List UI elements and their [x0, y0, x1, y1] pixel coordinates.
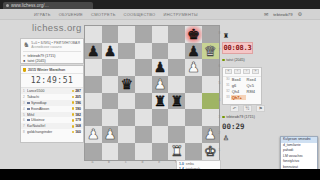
white-player-info[interactable]: ○ tebtewb79 (1715)	[23, 54, 81, 58]
white-clock: 00:29	[222, 122, 249, 132]
letterbox-strip	[0, 169, 320, 180]
rank-label-1: 1	[219, 148, 221, 152]
game-info-panel: ♞ 5+0 • БЛИЦ • РЕЙТИНГОВАЯ Английское на…	[20, 38, 84, 64]
square-b3[interactable]	[102, 109, 119, 126]
square-h2[interactable]: ♟	[202, 126, 219, 143]
lichess-page: ИГРАТЬОБУЧЕНИЕСМОТРЕТЬСООБЩЕСТВОИНСТРУМЕ…	[0, 9, 320, 169]
square-c7[interactable]	[118, 43, 135, 60]
rank-label-8: 8	[219, 31, 221, 35]
nav-menu: ИГРАТЬОБУЧЕНИЕСМОТРЕТЬСООБЩЕСТВОИНСТРУМЕ…	[34, 12, 198, 17]
square-b2[interactable]: ♟	[102, 126, 119, 143]
trophy-icon	[72, 113, 75, 116]
first-move-button[interactable]: «	[225, 69, 232, 74]
move-white[interactable]: Qh7+	[231, 95, 246, 100]
square-e5[interactable]: ♟	[152, 76, 169, 93]
nav-item-сообщество[interactable]: СООБЩЕСТВО	[124, 12, 156, 17]
square-h6[interactable]	[202, 59, 219, 76]
trophy-icon	[72, 125, 75, 128]
black-pawn: ♟	[85, 43, 102, 60]
move-list: 30Bxe4Rxe431g6Qc532Qh4R8f433Qh7+	[223, 77, 261, 101]
trophy-icon	[72, 96, 75, 99]
square-a1[interactable]	[85, 143, 102, 160]
white-king: ♚	[202, 143, 219, 160]
square-d3[interactable]	[135, 109, 152, 126]
screenshot-root: www.lichess.org/… ИГРАТЬОБУЧЕНИЕСМОТРЕТЬ…	[0, 0, 320, 180]
square-e8[interactable]	[152, 26, 169, 43]
square-g4[interactable]	[185, 93, 202, 110]
last-move-button[interactable]: »	[252, 69, 259, 74]
file-label-d: d	[134, 160, 151, 164]
square-g7[interactable]: ♟	[185, 43, 202, 60]
square-f8[interactable]	[168, 26, 185, 43]
square-f5[interactable]	[168, 76, 185, 93]
nav-item-играть[interactable]: ИГРАТЬ	[34, 12, 51, 17]
square-h1[interactable]: ♚	[202, 143, 219, 160]
replay-controls: «‹›»	[223, 68, 261, 77]
tournament-clock: 12:49:51	[21, 74, 83, 88]
square-a8[interactable]	[85, 26, 102, 43]
black-rook: ♜	[168, 93, 185, 110]
black-rook: ♜	[152, 93, 169, 110]
captured-black-rook-icon: ♜	[223, 32, 229, 39]
gear-icon[interactable]: ⚙	[298, 12, 302, 17]
flag-icon	[27, 108, 30, 110]
file-label-c: c	[117, 160, 134, 164]
square-d1[interactable]	[135, 143, 152, 160]
square-f6[interactable]	[168, 59, 185, 76]
nav-item-инструменты[interactable]: ИНСТРУМЕНТЫ	[164, 12, 198, 17]
black-pawn: ♟	[152, 59, 169, 76]
move-black[interactable]: Rxe4	[246, 77, 261, 82]
square-d7[interactable]	[135, 43, 152, 60]
black-queen: ♛	[118, 76, 135, 93]
square-a5[interactable]	[85, 76, 102, 93]
square-h8[interactable]	[202, 26, 219, 43]
square-h4[interactable]	[202, 93, 219, 110]
black-player-line[interactable]: tatst (2045)	[222, 58, 245, 62]
favicon	[6, 4, 9, 7]
square-c5[interactable]: ♛	[118, 76, 135, 93]
square-h7[interactable]: ♛	[202, 43, 219, 60]
square-e7[interactable]	[152, 43, 169, 60]
black-pawn: ♟	[102, 43, 119, 60]
header-username[interactable]: tebtewb79	[273, 12, 292, 17]
rank-label-2: 2	[219, 131, 221, 135]
square-c4[interactable]	[118, 93, 135, 110]
chess-board: ♚♟♟♟♛♟♟♛♟♜♜♟♟♟♜♚	[84, 25, 220, 161]
square-f2[interactable]	[168, 126, 185, 143]
white-pawn: ♟	[85, 126, 102, 143]
square-e1[interactable]	[152, 143, 169, 160]
square-g8[interactable]: ♚	[185, 26, 202, 43]
nav-item-смотреть[interactable]: СМОТРЕТЬ	[91, 12, 116, 17]
trophy-icon	[23, 68, 26, 71]
square-a6[interactable]	[85, 59, 102, 76]
browser-tab[interactable]: www.lichess.org/…	[3, 2, 93, 9]
next-move-button[interactable]: ›	[243, 69, 250, 74]
square-c3[interactable]	[118, 109, 135, 126]
online-dot-icon	[222, 116, 225, 119]
square-d8[interactable]	[135, 26, 152, 43]
white-pawn: ♟	[185, 59, 202, 76]
square-b5[interactable]	[102, 76, 119, 93]
square-c8[interactable]	[118, 26, 135, 43]
square-a2[interactable]: ♟	[85, 126, 102, 143]
trophy-icon	[72, 131, 75, 134]
rank-label-4: 4	[219, 98, 221, 102]
white-pawn: ♟	[152, 76, 169, 93]
file-label-b: b	[101, 160, 118, 164]
square-d6[interactable]	[135, 59, 152, 76]
square-c1[interactable]	[118, 143, 135, 160]
move-white[interactable]: g6	[231, 83, 246, 88]
white-queen: ♛	[202, 43, 219, 60]
square-c6[interactable]	[118, 59, 135, 76]
file-label-e: e	[151, 160, 168, 164]
white-color-icon: ○	[23, 54, 25, 58]
draw-offer-button[interactable]: ½	[243, 105, 252, 112]
trophy-icon	[72, 119, 75, 122]
white-pawn: ♟	[202, 126, 219, 143]
takeback-button[interactable]: ↶	[230, 105, 239, 112]
black-pawn: ♟	[185, 43, 202, 60]
square-g6[interactable]: ♟	[185, 59, 202, 76]
white-player-name: tebtewb79 (1715)	[27, 54, 55, 58]
square-a3[interactable]	[85, 109, 102, 126]
header-right: ✉ tebtewb79 ⚙	[264, 12, 302, 17]
square-e6[interactable]: ♟	[152, 59, 169, 76]
black-player-info[interactable]: ● tatst (2045)	[23, 59, 81, 63]
move-black[interactable]: Qc5	[246, 83, 261, 88]
square-g1[interactable]	[185, 143, 202, 160]
square-e2[interactable]	[152, 126, 169, 143]
white-player-label: tebtewb79 (1715)	[226, 115, 255, 119]
knight-icon: ♞	[23, 41, 29, 49]
rank-label-5: 5	[219, 81, 221, 85]
square-a4[interactable]	[85, 93, 102, 110]
flag-icon	[27, 119, 30, 121]
square-d2[interactable]	[135, 126, 152, 143]
game-action-buttons: ↶½⚑	[230, 105, 265, 112]
tournament-standings: 1Lance55002872Tabachi2053Synodkap1964Exo…	[21, 88, 83, 135]
black-king: ♚	[185, 26, 202, 43]
square-g5[interactable]	[185, 76, 202, 93]
black-player-label: tatst (2045)	[226, 58, 245, 62]
rank-label-7: 7	[219, 48, 221, 52]
online-dot-icon	[222, 59, 225, 62]
square-b6[interactable]	[102, 59, 119, 76]
square-b1[interactable]	[102, 143, 119, 160]
mail-icon[interactable]: ✉	[264, 12, 268, 17]
nav-item-обучение[interactable]: ОБУЧЕНИЕ	[59, 12, 83, 17]
square-d4[interactable]	[135, 93, 152, 110]
square-h3[interactable]	[202, 109, 219, 126]
flag-icon	[27, 102, 30, 104]
captured-white-pawn-icon: ♙	[223, 134, 229, 141]
square-b7[interactable]: ♟	[102, 43, 119, 60]
lichess-logo[interactable]: lichess.org	[32, 22, 82, 33]
move-row: 33Qh7+	[223, 94, 261, 100]
square-g2[interactable]	[185, 126, 202, 143]
white-rook: ♜	[168, 143, 185, 160]
square-h5[interactable]	[202, 76, 219, 93]
square-b4[interactable]	[102, 93, 119, 110]
site-navbar: ИГРАТЬОБУЧЕНИЕСМОТРЕТЬСООБЩЕСТВОИНСТРУМЕ…	[0, 9, 320, 20]
black-color-icon: ●	[23, 59, 25, 63]
trophy-icon	[72, 90, 75, 93]
rank-label-6: 6	[219, 64, 221, 68]
square-a7[interactable]: ♟	[85, 43, 102, 60]
tab-url: www.lichess.org/…	[11, 3, 49, 8]
square-f1[interactable]: ♜	[168, 143, 185, 160]
prev-move-button[interactable]: ‹	[234, 69, 241, 74]
black-clock: 00:08.3	[222, 42, 253, 54]
tournament-panel: 2015 Winter Marathon 12:49:51 1Lance5500…	[20, 65, 84, 143]
move-white[interactable]: Bxe4	[231, 77, 246, 82]
move-replay-panel: «‹›» 30Bxe4Rxe431g6Qc532Qh4R8f433Qh7+	[222, 67, 262, 105]
standing-row[interactable]: 8goldchangrinder160	[21, 129, 83, 135]
white-pawn: ♟	[102, 126, 119, 143]
browser-titlebar: www.lichess.org/…	[0, 0, 320, 9]
trophy-icon	[72, 107, 75, 110]
square-f4[interactable]: ♜	[168, 93, 185, 110]
square-b8[interactable]	[102, 26, 119, 43]
square-c2[interactable]	[118, 126, 135, 143]
file-label-a: a	[84, 160, 101, 164]
square-e4[interactable]: ♜	[152, 93, 169, 110]
trophy-icon	[72, 101, 75, 104]
square-f3[interactable]	[168, 109, 185, 126]
square-f7[interactable]	[168, 43, 185, 60]
tournament-name[interactable]: 2015 Winter Marathon	[28, 68, 65, 72]
rank-label-3: 3	[219, 115, 221, 119]
move-white[interactable]: Qh4	[231, 89, 246, 94]
black-player-name: tatst (2045)	[27, 59, 45, 63]
square-g3[interactable]	[185, 109, 202, 126]
white-player-line[interactable]: tebtewb79 (1715)	[222, 115, 255, 119]
move-black[interactable]: R8f4	[246, 89, 261, 94]
game-opening-line: Английское начало	[31, 45, 80, 49]
square-d5[interactable]	[135, 76, 152, 93]
resign-button[interactable]: ⚑	[256, 105, 265, 112]
square-e3[interactable]	[152, 109, 169, 126]
